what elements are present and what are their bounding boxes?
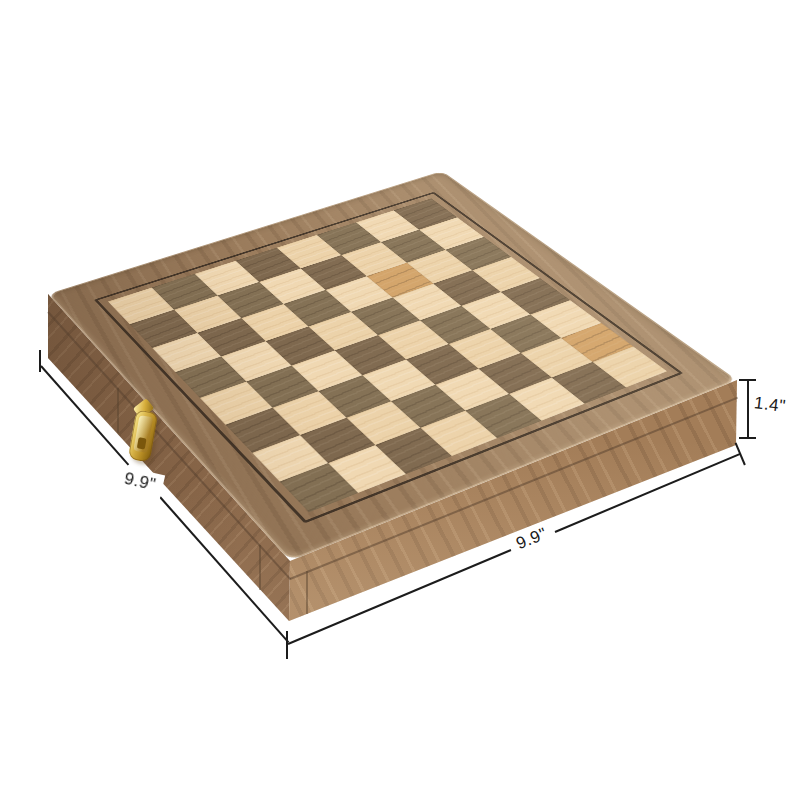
drawer-seam — [306, 571, 308, 614]
dimension-tick — [286, 631, 288, 659]
dimension-label-height: 1.4" — [750, 393, 790, 418]
dimension-cap — [739, 437, 756, 439]
dimension-cap — [739, 379, 756, 381]
drawer-seam — [259, 545, 261, 590]
product-photo: 9.9" 9.9" 1.4" — [0, 0, 800, 800]
dimension-line-height — [747, 381, 749, 439]
dimension-tick — [735, 443, 746, 466]
brass-latch-icon — [128, 402, 164, 464]
latch-arm — [128, 409, 158, 462]
drawer-seam — [117, 388, 119, 433]
chess-board-top — [48, 171, 737, 561]
dimension-tick — [39, 350, 41, 372]
